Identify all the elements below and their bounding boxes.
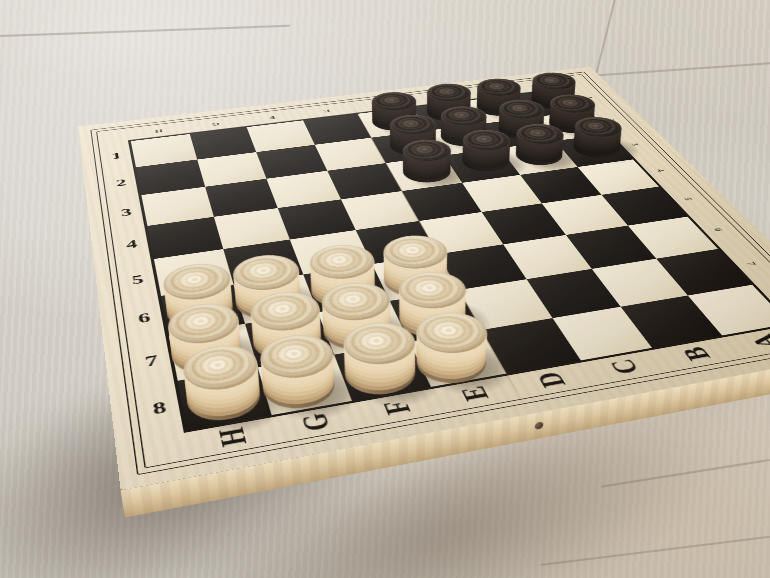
square-d8[interactable] bbox=[481, 318, 580, 374]
file-label-top-G: G bbox=[212, 122, 221, 127]
square-b6[interactable] bbox=[566, 225, 656, 268]
square-b8[interactable] bbox=[620, 295, 721, 348]
rank-label-right-4: 4 bbox=[655, 169, 667, 173]
rank-label-right-6: 6 bbox=[712, 228, 726, 232]
square-b7[interactable] bbox=[592, 259, 687, 307]
rank-label-left-5: 5 bbox=[131, 272, 145, 288]
rank-label-left-8: 8 bbox=[151, 398, 168, 419]
file-label-bottom-F: F bbox=[376, 398, 419, 417]
square-a8[interactable] bbox=[687, 284, 770, 335]
rank-label-left-2: 2 bbox=[115, 177, 127, 189]
file-label-top-F: F bbox=[268, 115, 276, 120]
rank-label-left-6: 6 bbox=[137, 310, 152, 327]
square-g4[interactable] bbox=[213, 208, 290, 249]
square-h4[interactable] bbox=[147, 217, 222, 259]
file-label-bottom-H: H bbox=[211, 425, 255, 449]
square-c6[interactable] bbox=[503, 235, 592, 280]
photo-scene: HHGGFFEEDDCCBBAA1122334455667788 bbox=[0, 0, 770, 578]
square-c8[interactable] bbox=[552, 306, 652, 360]
file-label-bottom-E: E bbox=[454, 383, 497, 403]
rank-label-left-1: 1 bbox=[111, 150, 122, 161]
rank-label-right-7: 7 bbox=[745, 261, 759, 266]
file-label-bottom-A: A bbox=[744, 332, 770, 351]
square-c7[interactable] bbox=[526, 269, 620, 318]
checkers-board: HHGGFFEEDDCCBBAA1122334455667788 bbox=[78, 67, 770, 490]
rank-label-right-5: 5 bbox=[682, 197, 695, 201]
file-label-bottom-C: C bbox=[603, 357, 647, 377]
square-a7[interactable] bbox=[656, 249, 752, 295]
rank-label-left-3: 3 bbox=[120, 206, 133, 219]
file-label-top-H: H bbox=[154, 129, 163, 134]
file-label-top-E: E bbox=[323, 109, 331, 114]
file-label-bottom-B: B bbox=[675, 345, 718, 363]
file-label-bottom-D: D bbox=[530, 370, 574, 390]
rank-label-left-7: 7 bbox=[144, 352, 160, 371]
square-a6[interactable] bbox=[627, 216, 718, 258]
hinge-screw bbox=[535, 421, 544, 429]
board-perspective-scene: HHGGFFEEDDCCBBAA1122334455667788 bbox=[102, 0, 736, 538]
rank-label-right-3: 3 bbox=[629, 143, 641, 146]
rank-label-left-4: 4 bbox=[125, 237, 138, 251]
file-label-bottom-G: G bbox=[294, 410, 338, 433]
